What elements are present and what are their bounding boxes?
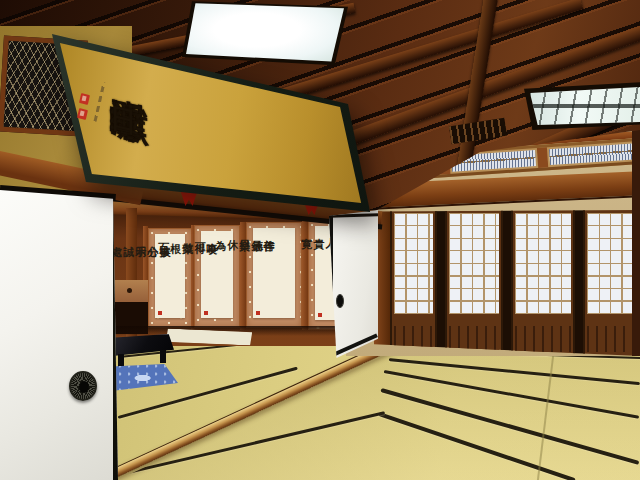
shoji-screen-1[interactable] (390, 210, 437, 356)
calligraphy-plaque: 巘 翠 浮 波 紅 上 日 (48, 30, 378, 255)
table-leg (118, 354, 124, 367)
seal-mark-icon (158, 311, 162, 315)
door-pull-icon[interactable] (336, 294, 344, 308)
door-pull-icon[interactable] (69, 371, 97, 401)
shoji-paper-grid (449, 213, 499, 314)
light-louver-icon (530, 87, 640, 125)
shoji-wall (374, 210, 640, 356)
shoji-divider (437, 210, 445, 356)
edge-pillar (632, 128, 640, 356)
seal-mark-icon (204, 311, 208, 315)
shoji-kick-panel (587, 326, 638, 352)
shoji-divider (503, 210, 511, 356)
side-cabinet-door[interactable] (112, 280, 148, 302)
ceiling-light-strip (530, 87, 640, 125)
table-leg (160, 350, 166, 363)
shoji-divider (575, 210, 583, 356)
tatami-hall-photo: 披心示誠處事分明 咬得菜根百事可做 作德日休為善最樂 人貴寛 (0, 0, 640, 480)
cabinet-pull-icon (127, 288, 132, 293)
transom-post (537, 147, 548, 168)
transom-lattice-window (549, 143, 634, 165)
plaque-char: 日 (110, 99, 137, 142)
shoji-paper-grid (394, 213, 433, 314)
shoji-screen-3[interactable] (511, 210, 575, 356)
shoji-paper-grid (587, 213, 638, 314)
shoji-screen-2[interactable] (445, 210, 503, 356)
shoji-kick-panel (515, 326, 571, 352)
pull-center (79, 381, 89, 393)
shoji-paper-grid (515, 213, 571, 314)
seal-mark-icon (318, 313, 322, 317)
seal-mark-icon (256, 311, 260, 315)
